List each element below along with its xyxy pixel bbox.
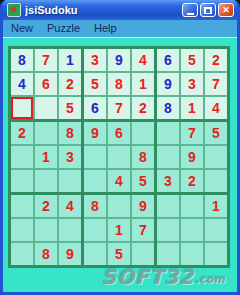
menu-puzzle[interactable]: Puzzle [44, 21, 86, 36]
cell-r9c3[interactable]: 9 [59, 243, 81, 265]
cell-r9c8[interactable] [181, 243, 203, 265]
cell-r1c2[interactable]: 7 [35, 49, 57, 71]
cell-r8c7[interactable] [157, 219, 179, 241]
menu-new[interactable]: New [8, 21, 39, 36]
maximize-icon [204, 7, 212, 14]
cell-r8c1[interactable] [11, 219, 33, 241]
cell-r1c7[interactable]: 6 [157, 49, 179, 71]
cell-r4c8[interactable]: 7 [181, 122, 203, 144]
minimize-button[interactable] [182, 3, 198, 17]
box-2-1: 2813 [11, 122, 81, 192]
cell-r7c3[interactable]: 4 [59, 195, 81, 217]
cell-r5c8[interactable]: 9 [181, 146, 203, 168]
cell-r2c6[interactable]: 1 [132, 73, 154, 95]
cell-r6c5[interactable]: 4 [108, 170, 130, 192]
cell-r3c5[interactable]: 7 [108, 97, 130, 119]
cell-r4c9[interactable]: 5 [205, 122, 227, 144]
app-icon [7, 3, 21, 17]
cell-r6c4[interactable] [84, 170, 106, 192]
box-3-1: 2489 [11, 195, 81, 265]
cell-r2c4[interactable]: 5 [84, 73, 106, 95]
box-3-3: 1 [157, 195, 227, 265]
cell-r7c8[interactable] [181, 195, 203, 217]
cell-r1c6[interactable]: 4 [132, 49, 154, 71]
window-title: jsiSudoku [25, 4, 178, 16]
cell-r7c6[interactable]: 9 [132, 195, 154, 217]
cell-r5c4[interactable] [84, 146, 106, 168]
cell-r7c4[interactable]: 8 [84, 195, 106, 217]
close-button[interactable]: ✕ [218, 3, 234, 17]
cell-r5c6[interactable]: 8 [132, 146, 154, 168]
soft32-watermark: SOFT32 .com [102, 267, 225, 287]
box-3-2: 89175 [84, 195, 154, 265]
cell-r4c4[interactable]: 9 [84, 122, 106, 144]
cell-r4c6[interactable] [132, 122, 154, 144]
box-1-2: 394581672 [84, 49, 154, 119]
cell-r2c5[interactable]: 8 [108, 73, 130, 95]
cell-r6c9[interactable] [205, 170, 227, 192]
cell-r5c2[interactable]: 1 [35, 146, 57, 168]
cell-r2c7[interactable]: 9 [157, 73, 179, 95]
cell-r1c1[interactable]: 8 [11, 49, 33, 71]
titlebar: jsiSudoku ✕ [3, 0, 237, 20]
cell-r8c9[interactable] [205, 219, 227, 241]
cell-r5c3[interactable]: 3 [59, 146, 81, 168]
cell-r6c1[interactable] [11, 170, 33, 192]
menu-help[interactable]: Help [91, 21, 123, 36]
cell-r5c1[interactable] [11, 146, 33, 168]
cell-r6c6[interactable]: 5 [132, 170, 154, 192]
cell-r9c4[interactable] [84, 243, 106, 265]
box-1-1: 8714625 [11, 49, 81, 119]
cell-r3c4[interactable]: 6 [84, 97, 106, 119]
cell-r4c3[interactable]: 8 [59, 122, 81, 144]
cell-r9c9[interactable] [205, 243, 227, 265]
cell-r8c3[interactable] [59, 219, 81, 241]
close-icon: ✕ [222, 6, 230, 15]
cell-r2c2[interactable]: 6 [35, 73, 57, 95]
cell-r4c7[interactable] [157, 122, 179, 144]
cell-r6c2[interactable] [35, 170, 57, 192]
client-area: 8714625394581672652937814281396845759322… [3, 38, 237, 292]
cell-r3c7[interactable]: 8 [157, 97, 179, 119]
minimize-icon [187, 13, 194, 15]
cell-r8c2[interactable] [35, 219, 57, 241]
cell-r9c5[interactable]: 5 [108, 243, 130, 265]
sudoku-board: 8714625394581672652937814281396845759322… [8, 46, 230, 268]
cell-r3c2[interactable] [35, 97, 57, 119]
cell-r4c5[interactable]: 6 [108, 122, 130, 144]
cell-r6c3[interactable] [59, 170, 81, 192]
cell-r7c5[interactable] [108, 195, 130, 217]
cell-r8c4[interactable] [84, 219, 106, 241]
cell-r7c9[interactable]: 1 [205, 195, 227, 217]
cell-r5c5[interactable] [108, 146, 130, 168]
cell-r1c9[interactable]: 2 [205, 49, 227, 71]
cell-r2c9[interactable]: 7 [205, 73, 227, 95]
cell-r7c1[interactable] [11, 195, 33, 217]
cell-r1c3[interactable]: 1 [59, 49, 81, 71]
cell-r8c5[interactable]: 1 [108, 219, 130, 241]
cell-r3c6[interactable]: 2 [132, 97, 154, 119]
maximize-button[interactable] [200, 3, 216, 17]
cell-r6c8[interactable]: 2 [181, 170, 203, 192]
cell-r3c9[interactable]: 4 [205, 97, 227, 119]
cell-r7c7[interactable] [157, 195, 179, 217]
cell-r2c8[interactable]: 3 [181, 73, 203, 95]
cell-r2c1[interactable]: 4 [11, 73, 33, 95]
cell-r3c1[interactable] [11, 97, 33, 119]
box-2-2: 96845 [84, 122, 154, 192]
cell-r7c2[interactable]: 2 [35, 195, 57, 217]
cell-r1c4[interactable]: 3 [84, 49, 106, 71]
menubar: New Puzzle Help [3, 20, 237, 38]
cell-r8c6[interactable]: 7 [132, 219, 154, 241]
cell-r3c3[interactable]: 5 [59, 97, 81, 119]
cell-r1c5[interactable]: 9 [108, 49, 130, 71]
app-window: jsiSudoku ✕ New Puzzle Help 871462539458… [0, 0, 240, 295]
cell-r5c9[interactable] [205, 146, 227, 168]
cell-r9c2[interactable]: 8 [35, 243, 57, 265]
box-2-3: 75932 [157, 122, 227, 192]
cell-r2c3[interactable]: 2 [59, 73, 81, 95]
cell-r1c8[interactable]: 5 [181, 49, 203, 71]
box-1-3: 652937814 [157, 49, 227, 119]
window-controls: ✕ [182, 3, 234, 17]
cell-r6c7[interactable]: 3 [157, 170, 179, 192]
cell-r9c1[interactable] [11, 243, 33, 265]
watermark-brand: SOFT32 [102, 267, 195, 287]
watermark-suffix: .com [195, 272, 225, 287]
cell-r4c1[interactable]: 2 [11, 122, 33, 144]
cell-r5c7[interactable] [157, 146, 179, 168]
cell-r4c2[interactable] [35, 122, 57, 144]
cell-r9c7[interactable] [157, 243, 179, 265]
cell-r9c6[interactable] [132, 243, 154, 265]
cell-r8c8[interactable] [181, 219, 203, 241]
cell-r3c8[interactable]: 1 [181, 97, 203, 119]
